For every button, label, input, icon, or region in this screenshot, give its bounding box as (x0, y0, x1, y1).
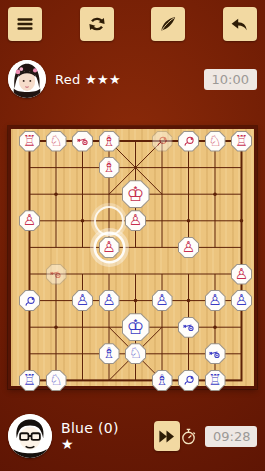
A-glyph: ♗ (102, 160, 115, 175)
piece-blue-N[interactable]: ♘ (125, 343, 146, 364)
blue-player-label: Blue (0) ★ (61, 420, 128, 452)
P-glyph: ♙ (235, 293, 248, 308)
hamburger-icon (15, 14, 35, 34)
N-glyph: ♘ (208, 133, 221, 148)
stopwatch-icon (180, 427, 197, 446)
N-glyph: ♘ (129, 346, 142, 361)
R-glyph: ♖ (235, 133, 248, 148)
piece-blue-P[interactable]: ♙ (205, 290, 226, 311)
piece-red-P[interactable]: ♙ (125, 210, 146, 231)
piece-blue-P[interactable]: ♙ (72, 290, 93, 311)
piece-blue-P[interactable]: ♙ (99, 290, 120, 311)
P-glyph: ♙ (23, 213, 36, 228)
P-glyph: ♙ (235, 266, 248, 281)
piece-red-P[interactable]: ♙ (231, 264, 252, 285)
blue-timer: 09:28 (205, 426, 257, 447)
blue-player-avatar[interactable] (8, 414, 52, 458)
P-glyph: ♙ (155, 293, 168, 308)
piece-red-N[interactable]: ♘ (205, 131, 226, 152)
elephant-icon (182, 373, 196, 387)
K-glyph: ♔ (127, 317, 145, 337)
pieces-layer: ♖♘♗♘♖♗♔♙♙♙♙♙♙♙♙♙♙♔♗♘♖♘♗♖ (11, 129, 254, 386)
R-glyph: ♖ (208, 372, 221, 387)
menu-button[interactable] (8, 7, 42, 41)
fast-forward-icon (157, 427, 176, 446)
K-glyph: ♔ (127, 184, 145, 204)
P-glyph: ♙ (208, 293, 221, 308)
piece-blue-R[interactable]: ♖ (205, 370, 226, 391)
red-player-label: Red ★★★ (55, 72, 121, 87)
piece-blue-C[interactable] (205, 343, 226, 364)
cannon-icon (182, 320, 196, 334)
piece-blue-A[interactable]: ♗ (152, 370, 173, 391)
boy-glasses-avatar-icon (8, 414, 52, 458)
piece-red-C[interactable] (72, 131, 93, 152)
cannon-icon (49, 267, 63, 281)
cannon-icon (76, 134, 90, 148)
undo-button[interactable] (223, 7, 257, 41)
xiangqi-board[interactable]: ♖♘♗♘♖♗♔♙♙♙♙♙♙♙♙♙♙♔♗♘♖♘♗♖ (8, 126, 257, 389)
P-glyph: ♙ (129, 213, 142, 228)
player-row-blue: Blue (0) ★ 09:28 (8, 413, 257, 459)
player-row-red: Red ★★★ 10:00 (8, 60, 257, 98)
R-glyph: ♖ (23, 133, 36, 148)
piece-blue-P[interactable]: ♙ (152, 290, 173, 311)
piece-red-E[interactable] (152, 131, 173, 152)
piece-red-C[interactable] (46, 264, 67, 285)
P-glyph: ♙ (182, 239, 195, 254)
P-glyph: ♙ (76, 293, 89, 308)
piece-red-P[interactable]: ♙ (178, 237, 199, 258)
red-timer: 10:00 (204, 69, 257, 90)
piece-blue-A[interactable]: ♗ (99, 343, 120, 364)
piece-blue-P[interactable]: ♙ (231, 290, 252, 311)
notation-button[interactable] (151, 7, 185, 41)
app-screen: Red ★★★ 10:00 ♖♘♗♘♖ (0, 0, 265, 471)
new-game-button[interactable] (80, 7, 114, 41)
R-glyph: ♖ (23, 372, 36, 387)
piece-red-A[interactable]: ♗ (99, 131, 120, 152)
elephant-icon (23, 294, 37, 308)
toolbar (8, 7, 257, 41)
cannon-icon (208, 347, 222, 361)
red-player-avatar[interactable] (8, 60, 46, 98)
N-glyph: ♘ (49, 133, 62, 148)
undo-arrow-icon (229, 14, 250, 35)
piece-blue-E[interactable] (178, 370, 199, 391)
piece-red-A[interactable]: ♗ (99, 157, 120, 178)
piece-blue-E[interactable] (19, 290, 40, 311)
A-glyph: ♗ (102, 346, 115, 361)
piece-blue-K[interactable]: ♔ (122, 313, 150, 341)
N-glyph: ♘ (49, 372, 62, 387)
elephant-icon (182, 134, 196, 148)
piece-red-E[interactable] (178, 131, 199, 152)
last-move-highlight-from (96, 208, 122, 234)
elephant-icon (155, 134, 169, 148)
girl-avatar-icon (8, 60, 46, 98)
piece-blue-R[interactable]: ♖ (19, 370, 40, 391)
piece-red-N[interactable]: ♘ (46, 131, 67, 152)
refresh-icon (86, 13, 108, 35)
piece-blue-N[interactable]: ♘ (46, 370, 67, 391)
feather-icon (158, 14, 178, 34)
A-glyph: ♗ (155, 372, 168, 387)
piece-blue-C[interactable] (178, 317, 199, 338)
piece-red-P[interactable]: ♙ (19, 210, 40, 231)
A-glyph: ♗ (102, 133, 115, 148)
fast-forward-button[interactable] (154, 421, 181, 451)
piece-red-K[interactable]: ♔ (122, 180, 150, 208)
P-glyph: ♙ (102, 239, 115, 254)
P-glyph: ♙ (102, 293, 115, 308)
piece-red-R[interactable]: ♖ (19, 131, 40, 152)
piece-red-R[interactable]: ♖ (231, 131, 252, 152)
